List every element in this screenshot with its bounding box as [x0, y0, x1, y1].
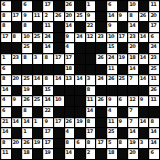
cell-r8c3[interactable]: 25 — [22, 75, 32, 85]
block-r6c9 — [86, 54, 96, 64]
cell-r8c1[interactable]: 8 — [1, 75, 11, 85]
cell-r7c15[interactable]: 25 — [149, 65, 159, 75]
cell-r6c2[interactable]: 23 — [12, 54, 22, 64]
cell-r12c6[interactable]: 17 — [54, 118, 64, 128]
cell-r1c1[interactable]: 6 — [1, 1, 11, 11]
cell-r11c9[interactable]: 14 — [86, 107, 96, 117]
cell-r4c10[interactable]: 23 — [96, 33, 106, 43]
cell-number: 9 — [87, 12, 90, 18]
cell-r3c15[interactable]: 17 — [149, 22, 159, 32]
cell-number: 14 — [66, 149, 72, 155]
cell-number: 9 — [44, 118, 47, 124]
cell-number: 14 — [150, 128, 156, 134]
block-r13c8 — [75, 128, 85, 138]
cell-r10c4[interactable]: 25 — [33, 96, 43, 106]
cell-r14c8[interactable]: 6 — [75, 139, 85, 149]
cell-number: 6 — [108, 1, 111, 7]
block-r3c4 — [33, 22, 43, 32]
cell-number: 17 — [119, 33, 125, 39]
cell-r13c3[interactable]: 1 — [22, 128, 32, 138]
cell-number: 19 — [129, 139, 135, 145]
cell-r4c11[interactable]: 10 — [107, 33, 117, 43]
cell-r12c1[interactable]: 21 — [1, 118, 11, 128]
cell-r11c1[interactable]: 6 — [1, 107, 11, 117]
cell-r2c3[interactable]: 9 — [22, 12, 32, 22]
cell-number: 25 — [108, 128, 114, 134]
cell-r10c13[interactable]: 12 — [128, 96, 138, 106]
cell-r14c5[interactable]: 17 — [43, 139, 53, 149]
cell-number: 10 — [129, 1, 135, 7]
cell-r6c4[interactable]: 3 — [33, 54, 43, 64]
cell-number: 13 — [66, 75, 72, 81]
cell-number: 25 — [23, 75, 29, 81]
cell-r10c10[interactable]: 26 — [96, 96, 106, 106]
block-r9c2 — [12, 86, 22, 96]
cell-number: 9 — [119, 118, 122, 124]
cell-number: 14 — [140, 118, 146, 124]
cell-r8c7[interactable]: 13 — [65, 75, 75, 85]
cell-number: 14 — [55, 75, 61, 81]
cell-number: 4 — [108, 107, 111, 113]
cell-r4c4[interactable]: 25 — [33, 33, 43, 43]
cell-r4c14[interactable]: 14 — [139, 33, 149, 43]
cell-r5c13[interactable]: 20 — [128, 43, 138, 53]
cell-number: 1 — [34, 118, 37, 124]
cell-r3c5[interactable]: 11 — [43, 22, 53, 32]
block-r7c6 — [54, 65, 64, 75]
cell-r7c7[interactable]: 18 — [65, 65, 75, 75]
cell-r4c7[interactable]: 9 — [65, 33, 75, 43]
cell-r14c10[interactable]: 17 — [96, 139, 106, 149]
cell-number: 20 — [13, 139, 19, 145]
cell-number: 6 — [2, 65, 5, 71]
block-r15c12 — [118, 149, 128, 159]
cell-r15c5[interactable]: 19 — [43, 149, 53, 159]
cell-r12c2[interactable]: 14 — [12, 118, 22, 128]
cell-r4c2[interactable]: 8 — [12, 33, 22, 43]
cell-number: 11 — [87, 96, 93, 102]
cell-number: 6 — [2, 1, 5, 7]
cell-r3c13[interactable]: 14 — [128, 22, 138, 32]
block-r10c7 — [65, 96, 75, 106]
cell-number: 15 — [108, 43, 114, 49]
cell-number: 14 — [44, 96, 50, 102]
block-r7c3 — [22, 65, 32, 75]
cell-r8c2[interactable]: 20 — [12, 75, 22, 85]
cell-r1c7[interactable]: 26 — [65, 1, 75, 11]
cell-number: 26 — [55, 12, 61, 18]
block-r7c4 — [33, 65, 43, 75]
block-r4c6 — [54, 33, 64, 43]
block-r9c10 — [96, 86, 106, 96]
cell-r13c13[interactable]: 14 — [128, 128, 138, 138]
cell-r6c3[interactable]: 8 — [22, 54, 32, 64]
cell-r12c15[interactable]: 8 — [149, 118, 159, 128]
cell-number: 20 — [66, 12, 72, 18]
cell-r6c6[interactable]: 17 — [54, 54, 64, 64]
cell-r14c11[interactable]: 5 — [107, 139, 117, 149]
cell-r7c11[interactable]: 11 — [107, 65, 117, 75]
cell-r3c9[interactable]: 22 — [86, 22, 96, 32]
block-r7c2 — [12, 65, 22, 75]
cell-r6c5[interactable]: 8 — [43, 54, 53, 64]
cell-number: 11 — [150, 75, 156, 81]
cell-r10c15[interactable]: 11 — [149, 96, 159, 106]
cell-r8c15[interactable]: 11 — [149, 75, 159, 85]
cell-r13c5[interactable]: 17 — [43, 128, 53, 138]
cell-number: 17 — [44, 139, 50, 145]
cell-r2c8[interactable]: 25 — [75, 12, 85, 22]
cell-number: 6 — [119, 96, 122, 102]
cell-r3c11[interactable]: 9 — [107, 22, 117, 32]
cell-number: 17 — [55, 54, 61, 60]
cell-r11c5[interactable]: 22 — [43, 107, 53, 117]
cell-r11c11[interactable]: 4 — [107, 107, 117, 117]
cell-number: 23 — [13, 54, 19, 60]
cell-number: 14 — [2, 128, 8, 134]
cell-r14c13[interactable]: 19 — [128, 139, 138, 149]
cell-r8c9[interactable]: 3 — [86, 75, 96, 85]
cell-r14c1[interactable]: 8 — [1, 139, 11, 149]
cell-r15c11[interactable]: 18 — [107, 149, 117, 159]
cell-number: 11 — [2, 149, 8, 155]
cell-number: 7 — [129, 118, 132, 124]
cell-r10c11[interactable]: 9 — [107, 96, 117, 106]
cell-r8c10[interactable]: 24 — [96, 75, 106, 85]
cell-r2c9[interactable]: 9 — [86, 12, 96, 22]
cell-r8c12[interactable]: 25 — [118, 75, 128, 85]
cell-number: 24 — [150, 43, 156, 49]
cell-number: 23 — [97, 33, 103, 39]
cell-r10c5[interactable]: 14 — [43, 96, 53, 106]
cell-number: 25 — [119, 75, 125, 81]
cell-r6c13[interactable]: 18 — [128, 54, 138, 64]
cell-r6c12[interactable]: 19 — [118, 54, 128, 64]
cell-r1c15[interactable]: 11 — [149, 1, 159, 11]
cell-r12c8[interactable]: 19 — [75, 118, 85, 128]
cell-number: 18 — [23, 149, 29, 155]
block-r3c6 — [54, 22, 64, 32]
cell-r5c3[interactable]: 25 — [22, 43, 32, 53]
cell-r12c9[interactable]: 8 — [86, 118, 96, 128]
cell-number: 7 — [129, 75, 132, 81]
cell-r13c15[interactable]: 14 — [149, 128, 159, 138]
cell-r6c7[interactable]: 17 — [65, 54, 75, 64]
cell-r14c9[interactable]: 8 — [86, 139, 96, 149]
cell-r9c1[interactable]: 14 — [1, 86, 11, 96]
cell-number: 8 — [23, 107, 26, 113]
cell-number: 25 — [150, 65, 156, 71]
block-r15c8 — [75, 149, 85, 159]
block-r9c12 — [118, 86, 128, 96]
cell-r10c2[interactable]: 9 — [12, 96, 22, 106]
cell-number: 14 — [129, 65, 135, 71]
block-r7c12 — [118, 65, 128, 75]
cell-r4c3[interactable]: 10 — [22, 33, 32, 43]
cell-r4c5[interactable]: 24 — [43, 33, 53, 43]
cell-number: 14 — [140, 54, 146, 60]
cell-r12c4[interactable]: 1 — [33, 118, 43, 128]
cell-r14c4[interactable]: 19 — [33, 139, 43, 149]
cell-number: 19 — [76, 118, 82, 124]
cell-number: 14 — [23, 118, 29, 124]
cell-r15c7[interactable]: 14 — [65, 149, 75, 159]
cell-number: 11 — [108, 65, 114, 71]
cell-r9c5[interactable]: 15 — [43, 86, 53, 96]
cell-r15c1[interactable]: 11 — [1, 149, 11, 159]
block-r10c8 — [75, 96, 85, 106]
cell-r6c14[interactable]: 14 — [139, 54, 149, 64]
block-r9c6 — [54, 86, 64, 96]
cell-number: 8 — [44, 54, 47, 60]
block-r7c14 — [139, 65, 149, 75]
cell-r10c6[interactable]: 10 — [54, 96, 64, 106]
block-r13c2 — [12, 128, 22, 138]
cell-number: 18 — [66, 65, 72, 71]
cell-r1c11[interactable]: 6 — [107, 1, 117, 11]
cell-number: 8 — [2, 22, 5, 28]
block-r9c11 — [107, 86, 117, 96]
cell-number: 8 — [129, 12, 132, 18]
cell-r8c6[interactable]: 14 — [54, 75, 64, 85]
cell-r2c13[interactable]: 8 — [128, 12, 138, 22]
cell-number: 25 — [76, 12, 82, 18]
cell-r4c15[interactable]: 6 — [149, 33, 159, 43]
cell-r4c12[interactable]: 17 — [118, 33, 128, 43]
cell-r2c2[interactable]: 17 — [12, 12, 22, 22]
cell-number: 24 — [108, 54, 114, 60]
cell-number: 14 — [129, 22, 135, 28]
cell-number: 9 — [66, 33, 69, 39]
cell-r2c12[interactable]: 9 — [118, 12, 128, 22]
block-r11c6 — [54, 107, 64, 117]
cell-r1c13[interactable]: 10 — [128, 1, 138, 11]
cell-number: 26 — [23, 139, 29, 145]
cell-number: 9 — [140, 96, 143, 102]
cell-r8c4[interactable]: 14 — [33, 75, 43, 85]
cell-number: 8 — [2, 12, 5, 18]
block-r3c12 — [118, 22, 128, 32]
cell-r14c14[interactable]: 3 — [139, 139, 149, 149]
cell-r6c15[interactable]: 23 — [149, 54, 159, 64]
block-r5c8 — [75, 43, 85, 53]
cell-r12c3[interactable]: 14 — [22, 118, 32, 128]
cell-r12c11[interactable]: 11 — [107, 118, 117, 128]
cell-number: 4 — [66, 43, 69, 49]
cell-r12c7[interactable]: 26 — [65, 118, 75, 128]
cell-number: 26 — [66, 1, 72, 7]
cell-number: 26 — [108, 75, 114, 81]
block-r5c1 — [1, 43, 11, 53]
cell-number: 15 — [44, 86, 50, 92]
block-r7c5 — [43, 65, 53, 75]
cell-number: 9 — [119, 12, 122, 18]
cell-r9c9[interactable]: 8 — [86, 86, 96, 96]
block-r1c10 — [96, 1, 106, 11]
cell-r6c1[interactable]: 1 — [1, 54, 11, 64]
cell-r14c2[interactable]: 20 — [12, 139, 22, 149]
block-r11c8 — [75, 107, 85, 117]
cell-r6c10[interactable]: 26 — [96, 54, 106, 64]
cell-r1c3[interactable]: 6 — [22, 1, 32, 11]
cell-r3c3[interactable]: 8 — [22, 22, 32, 32]
block-r11c12 — [118, 107, 128, 117]
block-r11c7 — [65, 107, 75, 117]
cell-r2c6[interactable]: 26 — [54, 12, 64, 22]
cell-number: 8 — [87, 139, 90, 145]
cell-number: 11 — [44, 22, 50, 28]
cell-number: 3 — [34, 54, 37, 60]
cell-number: 18 — [108, 149, 114, 155]
cell-r1c9[interactable]: 1 — [86, 1, 96, 11]
cell-r10c14[interactable]: 9 — [139, 96, 149, 106]
cell-number: 20 — [13, 75, 19, 81]
cell-number: 20 — [129, 149, 135, 155]
cell-number: 17 — [150, 22, 156, 28]
block-r9c4 — [33, 86, 43, 96]
cell-r2c4[interactable]: 11 — [33, 12, 43, 22]
block-r9c14 — [139, 86, 149, 96]
cell-number: 14 — [140, 33, 146, 39]
cell-number: 3 — [140, 139, 143, 145]
cell-r5c7[interactable]: 4 — [65, 43, 75, 53]
cell-r8c5[interactable]: 8 — [43, 75, 53, 85]
cell-r1c5[interactable]: 17 — [43, 1, 53, 11]
cell-r2c15[interactable]: 20 — [149, 12, 159, 22]
block-r3c8 — [75, 22, 85, 32]
cell-number: 26 — [140, 12, 146, 18]
cell-r7c13[interactable]: 14 — [128, 65, 138, 75]
cell-number: 26 — [150, 86, 156, 92]
cell-r13c1[interactable]: 14 — [1, 128, 11, 138]
block-r1c6 — [54, 1, 64, 11]
cell-number: 22 — [87, 22, 93, 28]
cell-number: 10 — [55, 96, 61, 102]
block-r13c12 — [118, 128, 128, 138]
cell-r7c1[interactable]: 6 — [1, 65, 11, 75]
block-r6c8 — [75, 54, 85, 64]
block-r5c6 — [54, 43, 64, 53]
cell-number: 24 — [44, 33, 50, 39]
cell-number: 3 — [87, 75, 90, 81]
cell-r11c13[interactable]: 7 — [128, 107, 138, 117]
cell-r12c14[interactable]: 14 — [139, 118, 149, 128]
cell-r10c9[interactable]: 11 — [86, 96, 96, 106]
cell-number: 14 — [13, 118, 19, 124]
cell-r13c11[interactable]: 25 — [107, 128, 117, 138]
cell-number: 12 — [87, 33, 93, 39]
cell-r10c3[interactable]: 26 — [22, 96, 32, 106]
cell-r8c8[interactable]: 14 — [75, 75, 85, 85]
block-r5c12 — [118, 43, 128, 53]
cell-r2c1[interactable]: 8 — [1, 12, 11, 22]
cell-number: 17 — [66, 54, 72, 60]
cell-number: 8 — [150, 118, 153, 124]
cell-r5c15[interactable]: 24 — [149, 43, 159, 53]
cell-number: 12 — [129, 96, 135, 102]
cell-r4c1[interactable]: 17 — [1, 33, 11, 43]
cell-number: 24 — [76, 33, 82, 39]
codeword-grid: 6617261610118179112262025914982620881114… — [0, 0, 160, 160]
cell-r15c3[interactable]: 18 — [22, 149, 32, 159]
cell-r12c12[interactable]: 9 — [118, 118, 128, 128]
cell-r12c5[interactable]: 9 — [43, 118, 53, 128]
cell-number: 11 — [108, 118, 114, 124]
cell-number: 17 — [2, 33, 8, 39]
cell-r15c15[interactable]: 6 — [149, 149, 159, 159]
cell-r9c15[interactable]: 26 — [149, 86, 159, 96]
cell-number: 20 — [129, 43, 135, 49]
block-r15c4 — [33, 149, 43, 159]
cell-number: 26 — [97, 54, 103, 60]
block-r2c10 — [96, 12, 106, 22]
cell-r14c12[interactable]: 8 — [118, 139, 128, 149]
cell-r4c9[interactable]: 12 — [86, 33, 96, 43]
cell-number: 11 — [150, 1, 156, 7]
cell-r8c14[interactable]: 14 — [139, 75, 149, 85]
cell-number: 20 — [150, 12, 156, 18]
block-r11c2 — [12, 107, 22, 117]
cell-r13c7[interactable]: 4 — [65, 128, 75, 138]
cell-number: 17 — [55, 118, 61, 124]
cell-number: 17 — [13, 12, 19, 18]
cell-r9c3[interactable]: 19 — [22, 86, 32, 96]
cell-number: 19 — [119, 54, 125, 60]
block-r3c10 — [96, 22, 106, 32]
cell-number: 25 — [23, 43, 29, 49]
block-r9c8 — [75, 86, 85, 96]
block-r13c14 — [139, 128, 149, 138]
block-r11c15 — [149, 107, 159, 117]
cell-number: 8 — [2, 139, 5, 145]
cell-r5c11[interactable]: 15 — [107, 43, 117, 53]
block-r13c6 — [54, 128, 64, 138]
cell-r6c11[interactable]: 24 — [107, 54, 117, 64]
cell-r11c3[interactable]: 8 — [22, 107, 32, 117]
block-r1c2 — [12, 1, 22, 11]
cell-number: 17 — [44, 128, 50, 134]
cell-r14c3[interactable]: 26 — [22, 139, 32, 149]
cell-number: 26 — [66, 118, 72, 124]
cell-r15c9[interactable]: 2 — [86, 149, 96, 159]
cell-r4c13[interactable]: 23 — [128, 33, 138, 43]
cell-r2c7[interactable]: 20 — [65, 12, 75, 22]
cell-r4c8[interactable]: 24 — [75, 33, 85, 43]
cell-r12c13[interactable]: 7 — [128, 118, 138, 128]
cell-r3c1[interactable]: 8 — [1, 22, 11, 32]
cell-r13c9[interactable]: 17 — [86, 128, 96, 138]
cell-r10c1[interactable]: 4 — [1, 96, 11, 106]
cell-r8c11[interactable]: 26 — [107, 75, 117, 85]
cell-number: 6 — [150, 33, 153, 39]
cell-r10c12[interactable]: 6 — [118, 96, 128, 106]
cell-r8c13[interactable]: 7 — [128, 75, 138, 85]
cell-r2c5[interactable]: 2 — [43, 12, 53, 22]
cell-r14c7[interactable]: 8 — [65, 139, 75, 149]
cell-number: 1 — [87, 1, 90, 7]
cell-number: 8 — [66, 139, 69, 145]
cell-r14c15[interactable]: 14 — [149, 139, 159, 149]
cell-number: 2 — [44, 12, 47, 18]
cell-number: 6 — [150, 149, 153, 155]
cell-r2c11[interactable]: 14 — [107, 12, 117, 22]
cell-r5c5[interactable]: 14 — [43, 43, 53, 53]
cell-r15c13[interactable]: 20 — [128, 149, 138, 159]
cell-number: 19 — [23, 86, 29, 92]
cell-r3c7[interactable]: 14 — [65, 22, 75, 32]
cell-number: 8 — [13, 33, 16, 39]
cell-r2c14[interactable]: 26 — [139, 12, 149, 22]
